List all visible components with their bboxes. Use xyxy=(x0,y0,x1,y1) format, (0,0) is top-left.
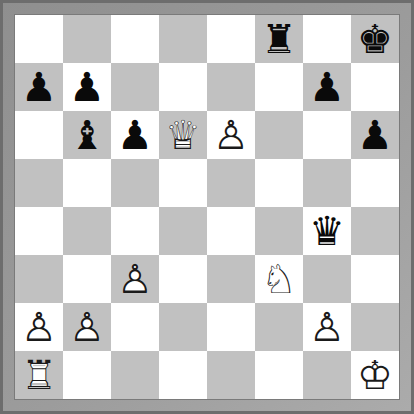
square-f7[interactable] xyxy=(255,63,303,111)
piece-white-pawn-icon: ♟♙ xyxy=(111,255,159,303)
square-b6[interactable]: ♝ xyxy=(63,111,111,159)
piece-white-king-icon: ♚♔ xyxy=(351,351,399,399)
square-g7[interactable]: ♟ xyxy=(303,63,351,111)
square-h7[interactable] xyxy=(351,63,399,111)
square-a1[interactable]: ♜♖ xyxy=(15,351,63,399)
square-b8[interactable] xyxy=(63,15,111,63)
square-e4[interactable] xyxy=(207,207,255,255)
square-a7[interactable]: ♟ xyxy=(15,63,63,111)
piece-black-pawn-icon: ♟ xyxy=(111,111,159,159)
piece-white-pawn-icon: ♟♙ xyxy=(15,303,63,351)
square-h5[interactable] xyxy=(351,159,399,207)
square-h4[interactable] xyxy=(351,207,399,255)
square-g2[interactable]: ♟♙ xyxy=(303,303,351,351)
square-a4[interactable] xyxy=(15,207,63,255)
piece-white-pawn-icon: ♟♙ xyxy=(207,111,255,159)
square-c5[interactable] xyxy=(111,159,159,207)
square-h2[interactable] xyxy=(351,303,399,351)
square-f2[interactable] xyxy=(255,303,303,351)
square-d3[interactable] xyxy=(159,255,207,303)
piece-black-pawn-icon: ♟ xyxy=(351,111,399,159)
piece-black-pawn-icon: ♟ xyxy=(303,63,351,111)
piece-white-knight-icon: ♞♘ xyxy=(255,255,303,303)
piece-white-pawn-icon: ♟♙ xyxy=(303,303,351,351)
square-c4[interactable] xyxy=(111,207,159,255)
square-e3[interactable] xyxy=(207,255,255,303)
square-a6[interactable] xyxy=(15,111,63,159)
square-b7[interactable]: ♟ xyxy=(63,63,111,111)
square-g6[interactable] xyxy=(303,111,351,159)
square-f1[interactable] xyxy=(255,351,303,399)
square-b2[interactable]: ♟♙ xyxy=(63,303,111,351)
square-d2[interactable] xyxy=(159,303,207,351)
square-e7[interactable] xyxy=(207,63,255,111)
square-b3[interactable] xyxy=(63,255,111,303)
square-e8[interactable] xyxy=(207,15,255,63)
square-d4[interactable] xyxy=(159,207,207,255)
square-b1[interactable] xyxy=(63,351,111,399)
piece-white-queen-icon: ♛♕ xyxy=(159,111,207,159)
square-h8[interactable]: ♚ xyxy=(351,15,399,63)
square-h3[interactable] xyxy=(351,255,399,303)
square-e6[interactable]: ♟♙ xyxy=(207,111,255,159)
square-e5[interactable] xyxy=(207,159,255,207)
square-c8[interactable] xyxy=(111,15,159,63)
piece-white-pawn-icon: ♟♙ xyxy=(63,303,111,351)
square-d5[interactable] xyxy=(159,159,207,207)
square-h6[interactable]: ♟ xyxy=(351,111,399,159)
square-f8[interactable]: ♜ xyxy=(255,15,303,63)
square-f6[interactable] xyxy=(255,111,303,159)
piece-black-king-icon: ♚ xyxy=(351,15,399,63)
square-g4[interactable]: ♛ xyxy=(303,207,351,255)
square-f3[interactable]: ♞♘ xyxy=(255,255,303,303)
square-a5[interactable] xyxy=(15,159,63,207)
square-b4[interactable] xyxy=(63,207,111,255)
square-f4[interactable] xyxy=(255,207,303,255)
square-h1[interactable]: ♚♔ xyxy=(351,351,399,399)
square-e2[interactable] xyxy=(207,303,255,351)
square-d6[interactable]: ♛♕ xyxy=(159,111,207,159)
piece-black-queen-icon: ♛ xyxy=(303,207,351,255)
square-d8[interactable] xyxy=(159,15,207,63)
square-f5[interactable] xyxy=(255,159,303,207)
square-a2[interactable]: ♟♙ xyxy=(15,303,63,351)
square-c2[interactable] xyxy=(111,303,159,351)
square-c1[interactable] xyxy=(111,351,159,399)
square-d7[interactable] xyxy=(159,63,207,111)
piece-black-bishop-icon: ♝ xyxy=(63,111,111,159)
square-b5[interactable] xyxy=(63,159,111,207)
square-g5[interactable] xyxy=(303,159,351,207)
square-g1[interactable] xyxy=(303,351,351,399)
board-frame: ♜♚♟♟♟♝♟♛♕♟♙♟♛♟♙♞♘♟♙♟♙♟♙♜♖♚♔ xyxy=(0,0,414,414)
square-g3[interactable] xyxy=(303,255,351,303)
piece-black-rook-icon: ♜ xyxy=(255,15,303,63)
piece-black-pawn-icon: ♟ xyxy=(63,63,111,111)
square-a8[interactable] xyxy=(15,15,63,63)
chess-board: ♜♚♟♟♟♝♟♛♕♟♙♟♛♟♙♞♘♟♙♟♙♟♙♜♖♚♔ xyxy=(15,15,399,399)
square-c7[interactable] xyxy=(111,63,159,111)
square-d1[interactable] xyxy=(159,351,207,399)
square-e1[interactable] xyxy=(207,351,255,399)
square-c3[interactable]: ♟♙ xyxy=(111,255,159,303)
square-a3[interactable] xyxy=(15,255,63,303)
square-c6[interactable]: ♟ xyxy=(111,111,159,159)
piece-white-rook-icon: ♜♖ xyxy=(15,351,63,399)
piece-black-pawn-icon: ♟ xyxy=(15,63,63,111)
square-g8[interactable] xyxy=(303,15,351,63)
